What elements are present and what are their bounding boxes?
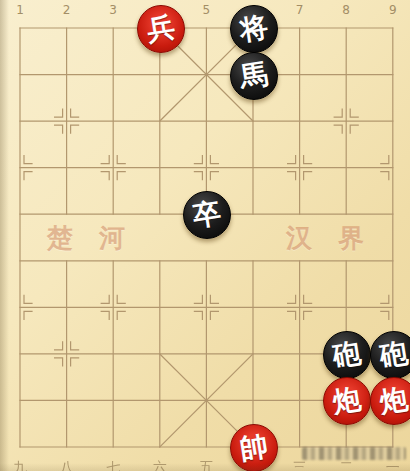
- piece-glyph: 炮: [378, 385, 410, 417]
- piece-black-general[interactable]: 将: [230, 5, 278, 53]
- file-label-top-8: 8: [342, 4, 350, 16]
- piece-black-horse[interactable]: 馬: [230, 52, 278, 100]
- file-label-top-3: 3: [109, 4, 117, 16]
- piece-glyph: 帥: [238, 432, 270, 464]
- file-label-bottom-8: 二: [339, 460, 353, 471]
- file-label-top-1: 1: [16, 4, 24, 16]
- file-label-top-5: 5: [203, 4, 211, 16]
- piece-glyph: 兵: [145, 13, 177, 45]
- river-label-right: 汉界: [286, 221, 390, 256]
- piece-red-general[interactable]: 帥: [230, 424, 278, 471]
- piece-glyph: 砲: [331, 339, 363, 371]
- file-label-bottom-4: 六: [153, 460, 167, 471]
- piece-glyph: 砲: [378, 339, 410, 371]
- piece-glyph: 将: [238, 13, 270, 45]
- watermark: [302, 447, 406, 460]
- file-label-bottom-5: 五: [199, 460, 213, 471]
- file-label-top-9: 9: [389, 4, 397, 16]
- file-label-bottom-9: 一: [386, 460, 400, 471]
- file-label-bottom-1: 九: [13, 460, 27, 471]
- river-label-left: 楚河: [47, 221, 151, 256]
- piece-black-cannon-2[interactable]: 砲: [370, 331, 410, 379]
- piece-glyph: 炮: [331, 385, 363, 417]
- file-label-top-7: 7: [296, 4, 304, 16]
- xiangqi-board[interactable]: 楚河 汉界 123456789 九八七六五四三二一 兵将馬卒砲砲炮炮帥: [0, 0, 410, 471]
- file-label-bottom-7: 三: [293, 460, 307, 471]
- file-label-bottom-3: 七: [106, 460, 120, 471]
- piece-glyph: 卒: [191, 199, 223, 231]
- file-label-top-2: 2: [63, 4, 71, 16]
- piece-black-cannon-1[interactable]: 砲: [323, 331, 371, 379]
- file-label-bottom-2: 八: [60, 460, 74, 471]
- piece-red-soldier[interactable]: 兵: [137, 5, 185, 53]
- piece-glyph: 馬: [238, 60, 270, 92]
